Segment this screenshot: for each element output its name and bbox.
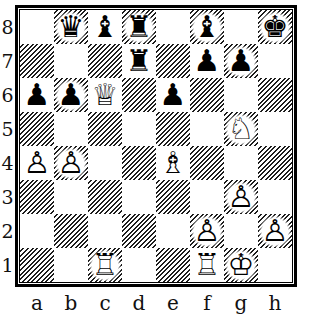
square-e7[interactable] [156,44,190,78]
square-a1[interactable] [20,248,54,282]
black-king: ♚ [259,11,291,43]
square-c4[interactable] [88,146,122,180]
square-a2[interactable] [20,214,54,248]
square-b1[interactable] [54,248,88,282]
square-h7[interactable] [258,44,292,78]
square-b8[interactable]: ♛ [54,10,88,44]
white-knight: ♘ [225,113,257,145]
square-f3[interactable] [190,180,224,214]
black-rook: ♜ [123,11,155,43]
square-c2[interactable] [88,214,122,248]
square-b3[interactable] [54,180,88,214]
square-b2[interactable] [54,214,88,248]
square-g4[interactable] [224,146,258,180]
square-g8[interactable] [224,10,258,44]
white-pawn: ♙ [191,215,223,247]
chess-board: ♛♝♜♝♚♜♟♟♟♟♕♟♘♙♙♗♙♙♙♖♖♔ [15,5,297,287]
white-pawn: ♙ [21,147,53,179]
square-h4[interactable] [258,146,292,180]
square-e1[interactable] [156,248,190,282]
rank-label-5: 5 [0,112,15,146]
square-h8[interactable]: ♚ [258,10,292,44]
square-b7[interactable] [54,44,88,78]
square-d6[interactable] [122,78,156,112]
square-g7[interactable]: ♟ [224,44,258,78]
square-a8[interactable] [20,10,54,44]
square-c6[interactable]: ♕ [88,78,122,112]
black-pawn: ♟ [157,79,189,111]
rank-label-7: 7 [0,44,15,78]
rank-label-2: 2 [0,214,15,248]
square-f8[interactable]: ♝ [190,10,224,44]
square-a4[interactable]: ♙ [20,146,54,180]
square-g6[interactable] [224,78,258,112]
square-a3[interactable] [20,180,54,214]
square-b6[interactable]: ♟ [54,78,88,112]
square-h2[interactable]: ♙ [258,214,292,248]
black-pawn: ♟ [225,45,257,77]
square-a5[interactable] [20,112,54,146]
black-queen: ♛ [55,11,87,43]
board-grid: ♛♝♜♝♚♜♟♟♟♟♕♟♘♙♙♗♙♙♙♖♖♔ [20,10,292,282]
square-g3[interactable]: ♙ [224,180,258,214]
black-rook: ♜ [123,45,155,77]
black-pawn: ♟ [21,79,53,111]
square-e3[interactable] [156,180,190,214]
file-label-d: d [122,290,156,316]
file-label-e: e [156,290,190,316]
square-b5[interactable] [54,112,88,146]
rank-label-1: 1 [0,248,15,282]
square-c3[interactable] [88,180,122,214]
square-e4[interactable]: ♗ [156,146,190,180]
rank-label-6: 6 [0,78,15,112]
file-label-b: b [54,290,88,316]
white-pawn: ♙ [259,215,291,247]
square-h5[interactable] [258,112,292,146]
white-rook: ♖ [89,249,121,281]
square-d3[interactable] [122,180,156,214]
square-g1[interactable]: ♔ [224,248,258,282]
square-e2[interactable] [156,214,190,248]
white-pawn: ♙ [225,181,257,213]
square-h1[interactable] [258,248,292,282]
square-c1[interactable]: ♖ [88,248,122,282]
square-f4[interactable] [190,146,224,180]
square-g5[interactable]: ♘ [224,112,258,146]
file-label-f: f [190,290,224,316]
square-e5[interactable] [156,112,190,146]
square-e8[interactable] [156,10,190,44]
white-king: ♔ [225,249,257,281]
square-d5[interactable] [122,112,156,146]
chess-diagram: 87654321 ♛♝♜♝♚♜♟♟♟♟♕♟♘♙♙♗♙♙♙♖♖♔ abcdefgh [0,0,311,320]
square-d8[interactable]: ♜ [122,10,156,44]
square-c7[interactable] [88,44,122,78]
square-c8[interactable]: ♝ [88,10,122,44]
square-a7[interactable] [20,44,54,78]
square-f2[interactable]: ♙ [190,214,224,248]
square-g2[interactable] [224,214,258,248]
square-c5[interactable] [88,112,122,146]
white-pawn: ♙ [55,147,87,179]
square-f7[interactable]: ♟ [190,44,224,78]
square-d4[interactable] [122,146,156,180]
file-labels: abcdefgh [20,290,292,316]
rank-labels: 87654321 [0,10,15,282]
square-a6[interactable]: ♟ [20,78,54,112]
square-f6[interactable] [190,78,224,112]
square-e6[interactable]: ♟ [156,78,190,112]
black-pawn: ♟ [191,45,223,77]
black-bishop: ♝ [191,11,223,43]
rank-label-8: 8 [0,10,15,44]
square-d7[interactable]: ♜ [122,44,156,78]
square-f1[interactable]: ♖ [190,248,224,282]
file-label-c: c [88,290,122,316]
square-f5[interactable] [190,112,224,146]
rank-label-4: 4 [0,146,15,180]
square-d2[interactable] [122,214,156,248]
file-label-a: a [20,290,54,316]
square-d1[interactable] [122,248,156,282]
white-bishop: ♗ [157,147,189,179]
square-h3[interactable] [258,180,292,214]
square-h6[interactable] [258,78,292,112]
file-label-h: h [258,290,292,316]
white-queen: ♕ [89,79,121,111]
square-b4[interactable]: ♙ [54,146,88,180]
rank-label-3: 3 [0,180,15,214]
white-rook: ♖ [191,249,223,281]
file-label-g: g [224,290,258,316]
black-pawn: ♟ [55,79,87,111]
black-bishop: ♝ [89,11,121,43]
